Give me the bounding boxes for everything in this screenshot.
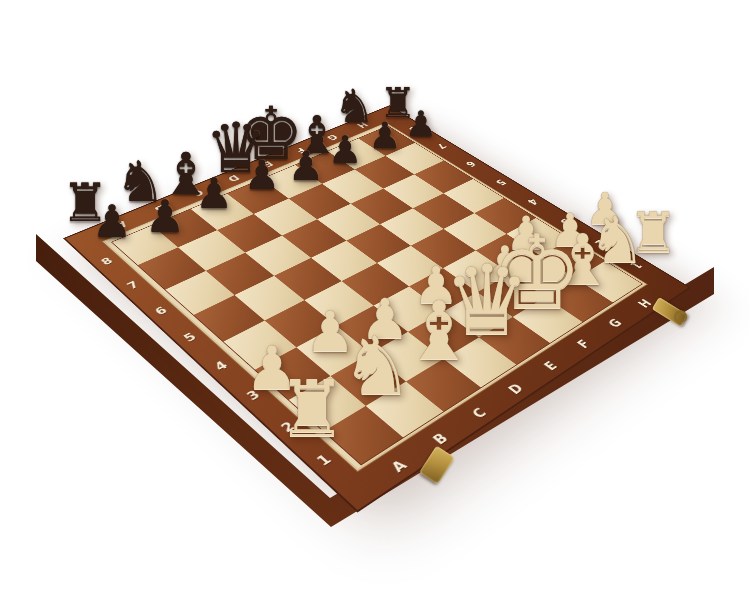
black-pawn-d7[interactable]: ♟ [244,155,280,195]
rank-label-left-6: 6 [151,304,169,317]
black-pawn-h7[interactable]: ♟ [405,107,436,142]
white-rook-a1[interactable]: ♜ [277,370,347,448]
rank-label-left-5: 5 [180,330,199,344]
black-pawn-f7[interactable]: ♟ [328,131,362,169]
file-label-front-D: D [504,381,526,397]
file-label-front-F: F [573,337,593,350]
file-label-front-E: E [540,359,560,373]
file-label-front-G: G [604,316,625,330]
black-pawn-e7[interactable]: ♟ [288,146,324,186]
black-pawn-a7[interactable]: ♟ [92,199,132,244]
white-knight-b1[interactable]: ♞ [341,326,414,407]
black-pawn-g7[interactable]: ♟ [369,118,401,154]
file-label-front-B: B [429,430,451,447]
white-bishop-c1[interactable]: ♝ [403,291,476,372]
rank-label-left-4: 4 [211,358,231,373]
black-pawn-b7[interactable]: ♟ [145,194,185,239]
product-photo-scene: AA11BB22CC33DD44EE55FF66GG77HH88 ♜♞♟♟♝♚♟… [0,0,750,591]
file-label-front-C: C [468,405,490,421]
rank-label-right-4: 4 [524,197,541,207]
black-pawn-c7[interactable]: ♟ [195,173,233,215]
rank-label-left-7: 7 [124,279,142,291]
rank-label-right-5: 5 [492,177,508,186]
rank-label-left-8: 8 [98,255,115,267]
rank-label-right-6: 6 [462,159,478,168]
file-label-front-A: A [387,457,410,475]
